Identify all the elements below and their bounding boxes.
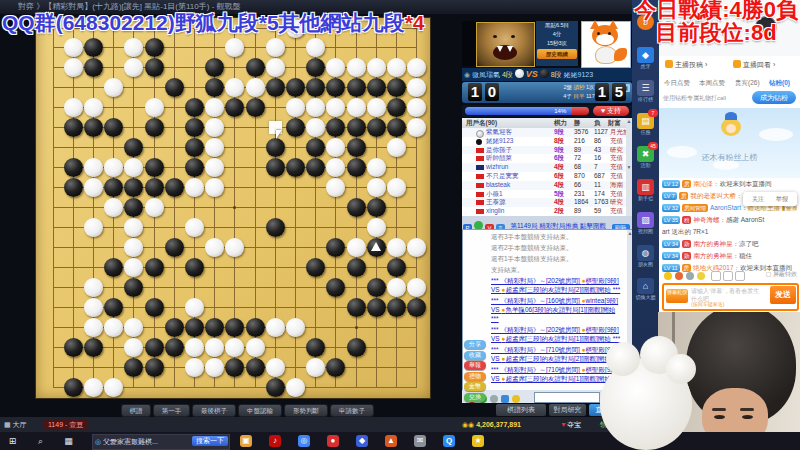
viewer-table: 用戶名(90)棋力勝負財富 紫氣迎客9段35761127月光族姥姥91238段2… xyxy=(462,118,632,216)
black-stone[interactable] xyxy=(165,318,184,337)
black-stone[interactable] xyxy=(104,258,123,277)
black-stone[interactable] xyxy=(84,338,103,357)
black-stone[interactable] xyxy=(246,318,265,337)
taskbar-app-icon[interactable]: ● xyxy=(327,435,339,447)
white-stone[interactable] xyxy=(104,378,123,397)
black-stone[interactable] xyxy=(225,358,244,377)
board-button-最後棋子[interactable]: 最後棋子 xyxy=(193,405,235,416)
stream-chat-toolbar: ▢ 屏蔽特效 xyxy=(662,268,797,280)
stream-chat-message: LV 34勋南方的勇神皇：凉了吧 xyxy=(662,240,797,248)
rail-item-虎牙[interactable]: ◆虎牙 xyxy=(635,47,656,69)
black-stone[interactable] xyxy=(367,298,386,317)
viewer-losses: 7 xyxy=(594,163,598,172)
black-stone[interactable] xyxy=(185,138,204,157)
black-stone[interactable] xyxy=(387,78,406,97)
black-stone[interactable] xyxy=(347,78,366,97)
rail-item-排行榜[interactable]: ☰排行榜 xyxy=(635,80,656,102)
table-row[interactable]: blasteak4段6611海南 xyxy=(462,181,626,190)
table-row[interactable]: 姥姥91238段21686充值 xyxy=(462,137,626,146)
white-stone[interactable] xyxy=(185,358,204,377)
black-stone[interactable] xyxy=(387,258,406,277)
black-stone[interactable] xyxy=(84,118,103,137)
table-row[interactable]: 昕帥囍萊6段7216充值 xyxy=(462,154,626,163)
history-button[interactable]: 歷史戰績 xyxy=(537,49,577,59)
viewer-losses: 16 xyxy=(594,154,601,163)
taskview-icon[interactable]: ▦ xyxy=(62,435,75,448)
white-stone[interactable] xyxy=(246,78,265,97)
black-stone[interactable] xyxy=(266,78,285,97)
emote-bubble[interactable] xyxy=(501,395,509,403)
white-stone[interactable] xyxy=(306,38,325,57)
board-button-申請數子[interactable]: 申請數子 xyxy=(331,405,373,416)
stream-overlay-right: 今日戰績:4勝0負 目前段位:8d xyxy=(634,0,798,44)
rail-label: 排行榜 xyxy=(635,96,656,102)
black-stone[interactable] xyxy=(185,118,204,137)
black-stone[interactable] xyxy=(246,98,265,117)
viewer-wins: 66 xyxy=(574,181,581,190)
white-stone[interactable] xyxy=(347,238,366,257)
black-stone[interactable] xyxy=(347,198,366,217)
white-stone[interactable] xyxy=(205,98,224,117)
plush-toy xyxy=(596,340,696,450)
taskbar-app-icon[interactable]: ◎ xyxy=(298,435,310,447)
stream-chat-message: LV 12房南沁泽：欢迎来到本直播间 xyxy=(662,180,797,188)
timer-mid-info: 2盤 讀秒 1次 4子 目半 117 xyxy=(534,83,624,101)
black-stone[interactable] xyxy=(104,178,123,197)
viewer-losses: 11 xyxy=(594,181,601,190)
black-player-avatar[interactable] xyxy=(476,22,535,67)
black-stone[interactable] xyxy=(367,278,386,297)
table-row[interactable]: wizhrun4段687充值 xyxy=(462,163,626,172)
white-stone[interactable] xyxy=(306,358,325,377)
white-stone[interactable] xyxy=(367,178,386,197)
black-stone[interactable] xyxy=(347,338,366,357)
viewer-name: 昕帥囍萊 xyxy=(486,154,512,163)
taskbar-app-icon[interactable]: Q xyxy=(443,435,455,447)
viewer-tag: 充值 xyxy=(610,172,623,181)
white-stone[interactable] xyxy=(124,218,143,237)
white-stone[interactable] xyxy=(367,98,386,117)
white-stone[interactable] xyxy=(205,158,224,177)
table-row[interactable]: 王泰源4段18641763研究 xyxy=(462,198,626,207)
black-stone[interactable] xyxy=(104,118,123,137)
white-stone[interactable] xyxy=(205,338,224,357)
white-stone[interactable] xyxy=(185,298,204,317)
black-stone[interactable] xyxy=(306,78,325,97)
mute-effects[interactable]: ▢ 屏蔽特效 xyxy=(766,268,797,280)
white-stone[interactable] xyxy=(407,98,426,117)
grid-line xyxy=(53,287,417,288)
white-stone[interactable] xyxy=(205,118,224,137)
viewer-losses: 43 xyxy=(594,146,601,155)
white-stone[interactable] xyxy=(124,258,143,277)
black-stone[interactable] xyxy=(326,278,345,297)
black-stone[interactable] xyxy=(145,58,164,77)
rail-item-任務[interactable]: ▤7任務 xyxy=(635,113,656,135)
viewer-rank: 6段 xyxy=(554,154,564,163)
game-chat-input[interactable] xyxy=(534,392,600,403)
white-stone[interactable] xyxy=(387,58,406,77)
white-stone[interactable] xyxy=(266,358,285,377)
black-stone[interactable] xyxy=(165,178,184,197)
viewer-wins: 72 xyxy=(574,154,581,163)
viewer-wins: 68 xyxy=(574,163,581,172)
white-stone[interactable] xyxy=(225,38,244,57)
black-stone[interactable] xyxy=(205,78,224,97)
col-header[interactable]: 用戶名(90) xyxy=(466,118,497,128)
player-mark-icon xyxy=(476,148,484,153)
app-search-button[interactable]: 搜索一下 xyxy=(192,436,228,446)
mouse-pointer xyxy=(276,130,282,139)
rail-item-新手禮[interactable]: ▥新手禮 xyxy=(635,179,656,201)
white-stone[interactable] xyxy=(124,318,143,337)
rail-icon: ◍ xyxy=(637,245,654,261)
black-stone[interactable] xyxy=(367,78,386,97)
table-row[interactable]: 不只是寞寞6段870687充值 xyxy=(462,172,626,181)
black-stone[interactable] xyxy=(266,378,285,397)
white-stone[interactable] xyxy=(64,38,83,57)
black-stone[interactable] xyxy=(347,258,366,277)
black-stone[interactable] xyxy=(64,178,83,197)
white-stone[interactable] xyxy=(347,58,366,77)
coin-balance: ◉◉ 4,206,377,891 xyxy=(462,417,521,432)
taskbar-app-icon[interactable]: ♪ xyxy=(269,435,281,447)
black-stone[interactable] xyxy=(347,138,366,157)
col-header[interactable]: 勝 xyxy=(574,118,581,128)
last-move-marker xyxy=(371,242,381,251)
go-board[interactable] xyxy=(36,18,430,398)
table-row[interactable]: xinglin2段8959充值 xyxy=(462,207,626,216)
white-stone[interactable] xyxy=(306,118,325,137)
black-stone[interactable] xyxy=(306,58,325,77)
rail-item-視頻圈[interactable]: ▧視頻圈 xyxy=(635,212,656,234)
fan-tab-钻粉(0)[interactable]: 钻粉(0) xyxy=(769,79,790,88)
col-header[interactable]: 財富 xyxy=(608,118,621,128)
black-stone[interactable] xyxy=(225,98,244,117)
black-stone[interactable] xyxy=(64,378,83,397)
side-button-收藏[interactable]: 收藏 xyxy=(464,351,486,360)
taskbar-app-icon[interactable]: ▲ xyxy=(385,435,397,447)
black-stone[interactable] xyxy=(326,118,345,137)
black-stone[interactable] xyxy=(165,338,184,357)
room-label[interactable]: 1149 - 壹豆 xyxy=(44,419,87,430)
board-button-中盤認輸[interactable]: 中盤認輸 xyxy=(239,405,281,416)
side-button-禮物[interactable]: 禮物 xyxy=(464,372,486,381)
chat-broadcast-link[interactable]: *** 《精彩對局》～[160號房間] ●wintea[9段] VS ●魚羊靝0… xyxy=(491,296,621,323)
chat-hover-popup[interactable]: 关注举报 xyxy=(743,192,797,206)
black-timer-digit: 1 xyxy=(468,83,482,101)
white-stone[interactable] xyxy=(407,238,426,257)
white-stone[interactable] xyxy=(246,338,265,357)
fan-promo-button[interactable]: 成为钻粉 xyxy=(752,91,796,104)
hall-button[interactable]: ▦ 大厅 xyxy=(4,421,27,428)
white-stone[interactable] xyxy=(266,318,285,337)
black-stone[interactable] xyxy=(347,118,366,137)
cursor-square xyxy=(269,121,282,134)
black-stone[interactable] xyxy=(185,158,204,177)
black-stone[interactable] xyxy=(124,198,143,217)
black-stone[interactable] xyxy=(145,338,164,357)
black-stone[interactable] xyxy=(64,118,83,137)
rail-item-活動[interactable]: ✖45活動 xyxy=(635,146,656,168)
black-stone[interactable] xyxy=(347,298,366,317)
mic-icon[interactable] xyxy=(686,272,694,280)
white-stone[interactable] xyxy=(185,178,204,197)
rail-item-朋友圈[interactable]: ◍朋友圈 xyxy=(635,245,656,267)
side-button-分享[interactable]: 分享 xyxy=(464,340,486,349)
upload-link[interactable]: 主播投稿 › xyxy=(665,60,707,70)
taskbar-app-icon[interactable]: ◆ xyxy=(356,435,368,447)
black-stone[interactable] xyxy=(124,178,143,197)
white-stone[interactable] xyxy=(225,338,244,357)
white-stone[interactable] xyxy=(266,38,285,57)
emote-gray[interactable] xyxy=(490,395,498,403)
white-stone[interactable] xyxy=(84,158,103,177)
maintime-label: 4分 xyxy=(536,30,578,39)
white-stone[interactable] xyxy=(124,58,143,77)
white-stone[interactable] xyxy=(64,98,83,117)
white-timer-digit: 1 xyxy=(595,83,609,101)
white-stone[interactable] xyxy=(104,78,123,97)
board-button-形勢判斷[interactable]: 形勢判斷 xyxy=(285,405,327,416)
white-stone[interactable] xyxy=(145,198,164,217)
black-stone[interactable] xyxy=(145,258,164,277)
white-stone[interactable] xyxy=(326,58,345,77)
black-stone[interactable] xyxy=(306,258,325,277)
taskbar-app-icon[interactable]: ▣ xyxy=(240,435,252,447)
black-stone[interactable] xyxy=(326,78,345,97)
table-row[interactable]: 小薇15段231174充值 xyxy=(462,190,626,199)
player-mark-icon xyxy=(476,200,484,205)
support-button[interactable]: ♥ 支持 xyxy=(593,106,629,116)
black-stone[interactable] xyxy=(387,298,406,317)
black-stone[interactable] xyxy=(145,298,164,317)
replay-link[interactable]: 直播回看 › xyxy=(733,60,775,70)
white-stone[interactable] xyxy=(104,198,123,217)
white-stone[interactable] xyxy=(286,98,305,117)
danmaku-badge: 弹幕礼仪 xyxy=(666,289,688,303)
white-stone[interactable] xyxy=(367,158,386,177)
black-stone[interactable] xyxy=(124,138,143,157)
black-stone[interactable] xyxy=(205,58,224,77)
white-stone[interactable] xyxy=(84,178,103,197)
chat-broadcast-link[interactable]: *** 《精彩對局》～[202號房間] ●棋聖殿[9段] VS ●超孟席[三段]… xyxy=(491,276,621,294)
board-button-棋譜[interactable]: 棋譜 xyxy=(122,405,150,416)
black-stone[interactable] xyxy=(286,158,305,177)
viewer-tag: 充值 xyxy=(610,163,623,172)
black-stone[interactable] xyxy=(387,118,406,137)
side-button-兌換[interactable]: 兌換 xyxy=(464,393,486,402)
white-stone[interactable] xyxy=(225,238,244,257)
tab-對局研究[interactable]: 對局研究 xyxy=(549,404,586,416)
board-button-第一手[interactable]: 第一手 xyxy=(154,405,189,416)
chat-toolbar-link[interactable]: 第1149局 精彩對局推薦 點擊圍觀 xyxy=(510,222,606,229)
black-stone[interactable] xyxy=(266,138,285,157)
white-stone[interactable] xyxy=(84,218,103,237)
black-stone[interactable] xyxy=(64,338,83,357)
white-stone[interactable] xyxy=(84,98,103,117)
white-stone[interactable] xyxy=(205,138,224,157)
danmaku-input[interactable]: 弹幕礼仪 请输入'弹幕'，看看会发生什么吧 (按回车键发送) 发送 xyxy=(662,283,799,311)
viewer-name: 王泰源 xyxy=(486,198,506,207)
img-button-2[interactable] xyxy=(723,271,733,281)
white-stone[interactable] xyxy=(306,98,325,117)
black-stone[interactable] xyxy=(84,38,103,57)
white-stone[interactable] xyxy=(124,158,143,177)
white-stone[interactable] xyxy=(407,58,426,77)
white-stone[interactable] xyxy=(104,158,123,177)
white-stone[interactable] xyxy=(407,78,426,97)
support-bar: 14% ♥ 支持 xyxy=(462,105,632,117)
white-stone[interactable] xyxy=(84,378,103,397)
side-button-金幣[interactable]: 金幣 xyxy=(464,382,486,391)
white-stone[interactable] xyxy=(387,138,406,157)
img-button-1[interactable] xyxy=(711,271,721,281)
side-button-舉報[interactable]: 舉報 xyxy=(464,361,486,370)
white-stone[interactable] xyxy=(367,218,386,237)
white-player-avatar[interactable] xyxy=(581,21,631,68)
search-icon[interactable]: ⌕ xyxy=(34,435,47,448)
taskbar-app[interactable]: ◎ 父愛家憲艱難棋... 搜索一下 xyxy=(92,434,230,450)
black-stone[interactable] xyxy=(64,158,83,177)
black-stone[interactable] xyxy=(347,158,366,177)
viewer-losses: 687 xyxy=(594,172,605,181)
stream-chat-message: art 送出的 7R×1 xyxy=(662,228,797,236)
white-stone[interactable] xyxy=(84,298,103,317)
black-stone[interactable] xyxy=(286,78,305,97)
viewer-tag: 充值 xyxy=(610,137,623,146)
black-stone[interactable] xyxy=(145,178,164,197)
white-stone[interactable] xyxy=(185,218,204,237)
white-stone[interactable] xyxy=(124,238,143,257)
player-mark-icon xyxy=(476,192,484,197)
emoji-icon[interactable] xyxy=(664,272,672,280)
fan-tab-本周点赞[interactable]: 本周点赞 xyxy=(699,79,725,88)
rail-item-切換大廳[interactable]: ⌂切換大廳 xyxy=(635,278,656,300)
white-stone[interactable] xyxy=(326,138,345,157)
viewer-name: 小薇1 xyxy=(486,190,503,199)
black-stone[interactable] xyxy=(387,98,406,117)
white-stone[interactable] xyxy=(407,278,426,297)
black-stone[interactable] xyxy=(84,58,103,77)
black-stone[interactable] xyxy=(266,158,285,177)
white-stone[interactable] xyxy=(225,78,244,97)
white-stone[interactable] xyxy=(286,318,305,337)
black-stone[interactable] xyxy=(326,358,345,377)
black-stone[interactable] xyxy=(165,238,184,257)
danmaku-send-button[interactable]: 发送 xyxy=(770,286,796,304)
white-stone[interactable] xyxy=(124,338,143,357)
white-stone[interactable] xyxy=(387,238,406,257)
white-stone[interactable] xyxy=(145,98,164,117)
white-stone[interactable] xyxy=(326,98,345,117)
white-stone[interactable] xyxy=(367,58,386,77)
white-stone[interactable] xyxy=(266,58,285,77)
white-stone[interactable] xyxy=(326,178,345,197)
stream-chat-message: LV 35粉神奇海螺：感谢 AaronSt xyxy=(662,216,797,224)
star-point xyxy=(355,326,358,329)
black-stone[interactable] xyxy=(246,58,265,77)
start-button[interactable]: ⊞ xyxy=(6,435,19,448)
black-stone[interactable] xyxy=(306,338,325,357)
white-stone[interactable] xyxy=(84,318,103,337)
white-stone[interactable] xyxy=(347,98,366,117)
black-stone[interactable] xyxy=(185,98,204,117)
black-stone[interactable] xyxy=(185,318,204,337)
img-button-3[interactable] xyxy=(735,271,745,281)
black-stone[interactable] xyxy=(266,218,285,237)
rail-label: 活動 xyxy=(635,162,656,168)
black-stone[interactable] xyxy=(124,358,143,377)
white-stone[interactable] xyxy=(387,178,406,197)
black-stone[interactable] xyxy=(145,358,164,377)
white-stone[interactable] xyxy=(387,278,406,297)
tab-棋譜列表[interactable]: 棋譜列表 xyxy=(496,404,546,416)
treasure-button[interactable]: ▼夺宝 xyxy=(560,417,581,432)
white-stone[interactable] xyxy=(84,278,103,297)
fan-tab-今日点赞[interactable]: 今日点赞 xyxy=(664,79,690,88)
viewer-tag: 研究 xyxy=(610,146,623,155)
black-stone[interactable] xyxy=(225,318,244,337)
white-stone[interactable] xyxy=(205,358,224,377)
star-icon[interactable] xyxy=(697,272,705,280)
white-stone[interactable] xyxy=(104,318,123,337)
white-stone[interactable] xyxy=(205,178,224,197)
white-stone[interactable] xyxy=(286,378,305,397)
stream-overlay-left: QQ群(648302212)野狐九段*5其他網站九段*4 xyxy=(2,9,424,37)
table-row[interactable]: 紫氣迎客9段35761127月光族 xyxy=(462,128,626,137)
emote-coin[interactable] xyxy=(512,395,520,403)
black-stone[interactable] xyxy=(205,318,224,337)
gift-icon[interactable] xyxy=(675,272,683,280)
left-player-rank: 4段 xyxy=(502,71,513,78)
star-point xyxy=(233,206,236,209)
badge-count: 45 xyxy=(648,142,658,150)
chat-toolbar: PV≡ 第1149局 精彩對局推薦 點擊圍觀 刷新 xyxy=(462,216,632,229)
taskbar-app-icon[interactable]: ★ xyxy=(472,435,484,447)
black-stone[interactable] xyxy=(326,238,345,257)
black-stone[interactable] xyxy=(104,298,123,317)
black-stone[interactable] xyxy=(306,138,325,157)
black-stone[interactable] xyxy=(124,278,143,297)
player-mark-icon xyxy=(476,174,484,179)
white-stone[interactable] xyxy=(205,238,224,257)
chat-message: 還有1手本盤競猜支持結束。 xyxy=(491,254,621,263)
white-stone[interactable] xyxy=(124,38,143,57)
white-stone[interactable] xyxy=(185,338,204,357)
white-stone[interactable] xyxy=(64,58,83,77)
taskbar-app-icon[interactable]: ✉ xyxy=(414,435,426,447)
black-stone[interactable] xyxy=(145,158,164,177)
byoyomi-label: 15秒3次 xyxy=(536,39,578,48)
table-row[interactable]: 是你孫子9段8943研究 xyxy=(462,146,626,155)
black-stone[interactable] xyxy=(306,158,325,177)
fan-tab-贵宾(26)[interactable]: 贵宾(26) xyxy=(735,79,760,88)
black-stone[interactable] xyxy=(165,78,184,97)
black-stone[interactable] xyxy=(367,198,386,217)
col-header[interactable]: 負 xyxy=(594,118,601,128)
white-stone[interactable] xyxy=(407,118,426,137)
black-stone[interactable] xyxy=(145,118,164,137)
black-stone[interactable] xyxy=(407,298,426,317)
col-header[interactable]: 棋力 xyxy=(554,118,567,128)
black-stone[interactable] xyxy=(185,258,204,277)
white-stone[interactable] xyxy=(326,158,345,177)
black-stone[interactable] xyxy=(246,358,265,377)
black-stone[interactable] xyxy=(145,38,164,57)
black-stone[interactable] xyxy=(367,118,386,137)
black-stone[interactable] xyxy=(286,118,305,137)
